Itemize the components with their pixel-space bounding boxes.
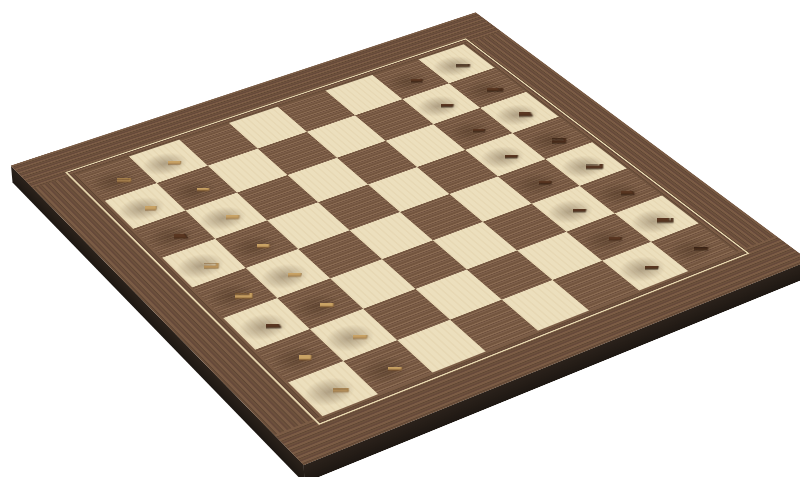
chess-board: ♜♞♝♛♚♝♞♜♟♟♟♟♟♟♟♟♟♟♟♟♟♟♟♟♜♞♝♛♚♝♞♜ [11, 13, 800, 465]
pawn-glyph: ♟ [625, 232, 664, 276]
pieces-layer: ♜♞♝♛♚♝♞♜♟♟♟♟♟♟♟♟♟♟♟♟♟♟♟♟♜♞♝♛♚♝♞♜ [77, 44, 736, 416]
pawn-glyph: ♟ [589, 203, 628, 246]
product-photo-scene: ♜♞♝♛♚♝♞♜♟♟♟♟♟♟♟♟♟♟♟♟♟♟♟♟♜♞♝♛♚♝♞♜ [0, 0, 800, 477]
rook-glyph: ♜ [308, 345, 357, 400]
pawn-glyph: ♟ [367, 331, 409, 377]
rook-glyph: ♜ [671, 207, 717, 258]
